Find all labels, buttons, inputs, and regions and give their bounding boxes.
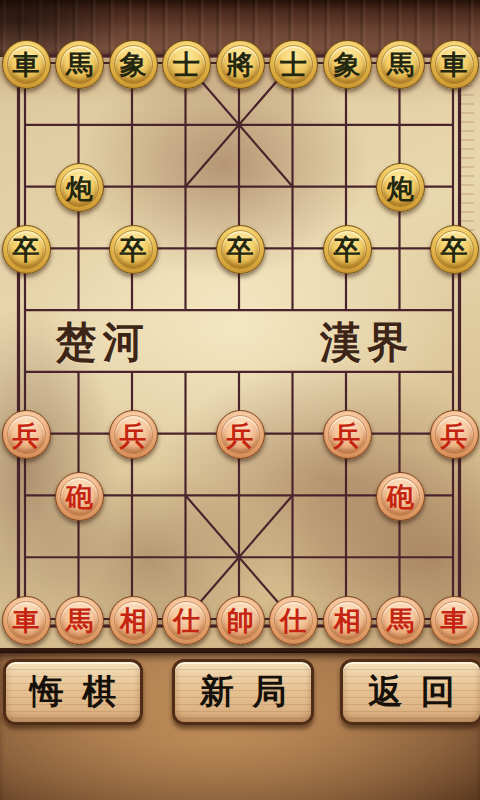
piece-glyph: 兵: [441, 421, 468, 449]
piece-black-cannon[interactable]: 炮: [376, 163, 425, 212]
piece-red-elephant[interactable]: 相: [109, 596, 158, 645]
piece-red-horse[interactable]: 馬: [376, 596, 425, 645]
piece-glyph: 象: [334, 50, 361, 78]
river-label-left: 楚河: [56, 317, 150, 367]
piece-black-horse[interactable]: 馬: [376, 40, 425, 89]
piece-black-elephant[interactable]: 象: [109, 40, 158, 89]
piece-glyph: 兵: [13, 421, 40, 449]
piece-black-chariot[interactable]: 車: [430, 40, 479, 89]
piece-glyph: 兵: [227, 421, 254, 449]
piece-glyph: 炮: [387, 174, 414, 202]
piece-red-general[interactable]: 帥: [216, 596, 265, 645]
new-game-button[interactable]: 新局: [172, 659, 314, 725]
piece-glyph: 士: [173, 50, 200, 78]
piece-glyph: 馬: [387, 606, 414, 634]
piece-glyph: 兵: [120, 421, 147, 449]
piece-glyph: 仕: [280, 606, 307, 634]
piece-black-advisor[interactable]: 士: [269, 40, 318, 89]
piece-glyph: 相: [120, 606, 147, 634]
xiangqi-app-screen: 楚河 漢界 車馬象士將士象馬車炮炮卒卒卒卒卒兵兵兵兵兵砲砲車馬相仕帥仕相馬車 悔…: [0, 0, 480, 800]
piece-glyph: 馬: [66, 606, 93, 634]
piece-red-advisor[interactable]: 仕: [269, 596, 318, 645]
piece-glyph: 士: [280, 50, 307, 78]
piece-glyph: 卒: [120, 235, 147, 263]
piece-glyph: 車: [441, 50, 468, 78]
piece-glyph: 卒: [441, 235, 468, 263]
piece-black-advisor[interactable]: 士: [162, 40, 211, 89]
piece-red-soldier[interactable]: 兵: [323, 410, 372, 459]
piece-red-chariot[interactable]: 車: [2, 596, 51, 645]
piece-red-soldier[interactable]: 兵: [430, 410, 479, 459]
piece-glyph: 仕: [173, 606, 200, 634]
piece-black-soldier[interactable]: 卒: [430, 225, 479, 274]
piece-red-horse[interactable]: 馬: [55, 596, 104, 645]
piece-red-advisor[interactable]: 仕: [162, 596, 211, 645]
piece-glyph: 相: [334, 606, 361, 634]
piece-glyph: 帥: [227, 606, 254, 634]
piece-glyph: 馬: [66, 50, 93, 78]
piece-glyph: 卒: [227, 235, 254, 263]
piece-red-cannon[interactable]: 砲: [55, 472, 104, 521]
piece-black-soldier[interactable]: 卒: [323, 225, 372, 274]
piece-glyph: 卒: [13, 235, 40, 263]
piece-glyph: 車: [441, 606, 468, 634]
piece-glyph: 馬: [387, 50, 414, 78]
piece-red-soldier[interactable]: 兵: [2, 410, 51, 459]
back-button[interactable]: 返回: [340, 659, 480, 725]
piece-black-cannon[interactable]: 炮: [55, 163, 104, 212]
piece-glyph: 車: [13, 50, 40, 78]
piece-black-soldier[interactable]: 卒: [109, 225, 158, 274]
piece-glyph: 將: [227, 50, 254, 78]
piece-black-horse[interactable]: 馬: [55, 40, 104, 89]
river-label-right: 漢界: [320, 317, 414, 367]
piece-red-cannon[interactable]: 砲: [376, 472, 425, 521]
piece-black-soldier[interactable]: 卒: [2, 225, 51, 274]
piece-black-chariot[interactable]: 車: [2, 40, 51, 89]
piece-glyph: 砲: [66, 482, 93, 510]
piece-glyph: 砲: [387, 482, 414, 510]
piece-glyph: 炮: [66, 174, 93, 202]
piece-red-elephant[interactable]: 相: [323, 596, 372, 645]
piece-glyph: 車: [13, 606, 40, 634]
piece-glyph: 象: [120, 50, 147, 78]
piece-glyph: 兵: [334, 421, 361, 449]
piece-red-soldier[interactable]: 兵: [216, 410, 265, 459]
piece-black-elephant[interactable]: 象: [323, 40, 372, 89]
piece-red-soldier[interactable]: 兵: [109, 410, 158, 459]
piece-glyph: 卒: [334, 235, 361, 263]
piece-black-soldier[interactable]: 卒: [216, 225, 265, 274]
undo-button[interactable]: 悔棋: [3, 659, 143, 725]
piece-red-chariot[interactable]: 車: [430, 596, 479, 645]
piece-black-general[interactable]: 將: [216, 40, 265, 89]
